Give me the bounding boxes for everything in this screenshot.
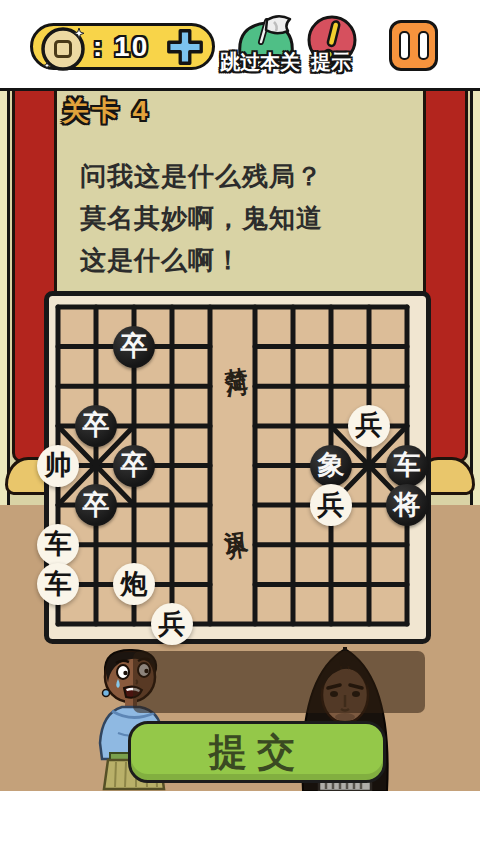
coin-icon — [38, 24, 88, 74]
dialogue-line: 这是什么啊！ — [80, 239, 323, 281]
dialogue-line: 问我这是什么残局？ — [80, 155, 323, 197]
piece-卒-black[interactable]: 卒 — [113, 326, 155, 368]
piece-帅-red[interactable]: 帅 — [37, 445, 79, 487]
top-bar: : 10 跳过本关 提示 — [0, 0, 480, 91]
coin-amount: : 10 — [93, 26, 149, 67]
submit-label: 提交 — [209, 727, 305, 778]
board-grid — [44, 291, 431, 644]
piece-车-red[interactable]: 车 — [37, 524, 79, 566]
xiangqi-board: 楚河 汉界 卒卒兵帅卒象车卒兵将车车炮兵 — [44, 291, 431, 644]
piece-象-black[interactable]: 象 — [310, 445, 352, 487]
pause-button[interactable] — [389, 20, 438, 71]
level-title: 关卡 4 — [62, 93, 151, 129]
hint-button[interactable]: 提示 — [302, 14, 360, 76]
piece-将-black[interactable]: 将 — [386, 484, 428, 526]
dialogue-line: 莫名其妙啊，鬼知道 — [80, 197, 323, 239]
piece-车-black[interactable]: 车 — [386, 445, 428, 487]
skip-level-label: 跳过本关 — [216, 49, 304, 76]
add-coins-button[interactable] — [164, 26, 206, 68]
piece-卒-black[interactable]: 卒 — [113, 445, 155, 487]
game-screen: : 10 跳过本关 提示 — [0, 0, 480, 853]
piece-兵-red[interactable]: 兵 — [348, 405, 390, 447]
submit-button[interactable]: 提交 — [128, 721, 386, 783]
shadow-overlay — [133, 651, 425, 713]
piece-卒-black[interactable]: 卒 — [75, 405, 117, 447]
piece-卒-black[interactable]: 卒 — [75, 484, 117, 526]
dialogue-text: 问我这是什么残局？ 莫名其妙啊，鬼知道 这是什么啊！ — [80, 155, 323, 281]
skip-level-button[interactable]: 跳过本关 — [216, 14, 304, 76]
wall-edge-right — [470, 91, 480, 505]
piece-兵-red[interactable]: 兵 — [310, 484, 352, 526]
stage: 关卡 4 问我这是什么残局？ 莫名其妙啊，鬼知道 这是什么啊！ — [0, 91, 480, 791]
pause-icon — [418, 31, 429, 60]
coin-counter: : 10 — [30, 23, 215, 70]
pause-icon — [399, 31, 410, 60]
wall-edge-left — [0, 91, 10, 505]
hint-label: 提示 — [302, 49, 360, 76]
piece-兵-red[interactable]: 兵 — [151, 603, 193, 645]
